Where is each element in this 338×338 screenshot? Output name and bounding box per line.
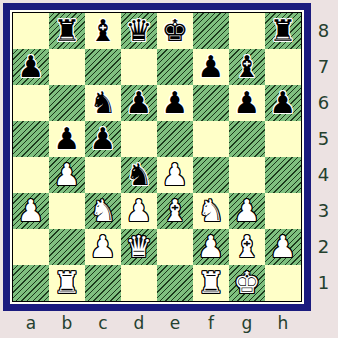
square-g3[interactable]: ♟ (229, 193, 265, 229)
square-b1[interactable]: ♜ (49, 265, 85, 301)
square-d1[interactable] (121, 265, 157, 301)
piece-white-pawn[interactable]: ♟ (121, 193, 157, 229)
square-d8[interactable]: ♛ (121, 13, 157, 49)
square-f3[interactable]: ♞ (193, 193, 229, 229)
square-f8[interactable] (193, 13, 229, 49)
square-e4[interactable]: ♟ (157, 157, 193, 193)
square-a3[interactable]: ♟ (13, 193, 49, 229)
square-g4[interactable] (229, 157, 265, 193)
square-g1[interactable]: ♚ (229, 265, 265, 301)
square-h3[interactable] (265, 193, 301, 229)
rank-label-1: 1 (311, 265, 336, 301)
square-h4[interactable] (265, 157, 301, 193)
square-e2[interactable] (157, 229, 193, 265)
chessboard-frame: ♜♝♛♚♜♟♟♝♞♟♟♟♟♟♟♟♞♟♟♞♟♝♞♟♟♛♟♝♟♜♜♚ (3, 3, 311, 311)
piece-black-pawn[interactable]: ♟ (229, 85, 265, 121)
piece-black-pawn[interactable]: ♟ (121, 85, 157, 121)
file-label-c: c (85, 310, 121, 336)
square-b3[interactable] (49, 193, 85, 229)
square-f7[interactable]: ♟ (193, 49, 229, 85)
square-d4[interactable]: ♞ (121, 157, 157, 193)
piece-black-rook[interactable]: ♜ (265, 13, 301, 49)
piece-white-queen[interactable]: ♛ (121, 229, 157, 265)
square-d2[interactable]: ♛ (121, 229, 157, 265)
file-label-g: g (229, 310, 265, 336)
piece-white-pawn[interactable]: ♟ (229, 193, 265, 229)
piece-black-pawn[interactable]: ♟ (49, 121, 85, 157)
rank-label-3: 3 (311, 193, 336, 229)
square-a7[interactable]: ♟ (13, 49, 49, 85)
file-label-a: a (13, 310, 49, 336)
square-h5[interactable] (265, 121, 301, 157)
square-f1[interactable]: ♜ (193, 265, 229, 301)
piece-white-pawn[interactable]: ♟ (265, 229, 301, 265)
square-a4[interactable] (13, 157, 49, 193)
square-b7[interactable] (49, 49, 85, 85)
square-e5[interactable] (157, 121, 193, 157)
square-g5[interactable] (229, 121, 265, 157)
square-a5[interactable] (13, 121, 49, 157)
file-label-e: e (157, 310, 193, 336)
piece-white-pawn[interactable]: ♟ (193, 229, 229, 265)
piece-black-pawn[interactable]: ♟ (85, 121, 121, 157)
chess-diagram-page: ♜♝♛♚♜♟♟♝♞♟♟♟♟♟♟♟♞♟♟♞♟♝♞♟♟♛♟♝♟♜♜♚ abcdefg… (0, 0, 338, 338)
piece-white-pawn[interactable]: ♟ (157, 157, 193, 193)
rank-label-4: 4 (311, 157, 336, 193)
rank-label-5: 5 (311, 121, 336, 157)
square-c5[interactable]: ♟ (85, 121, 121, 157)
square-c7[interactable] (85, 49, 121, 85)
square-b2[interactable] (49, 229, 85, 265)
square-a2[interactable] (13, 229, 49, 265)
piece-black-pawn[interactable]: ♟ (265, 85, 301, 121)
piece-black-rook[interactable]: ♜ (49, 13, 85, 49)
piece-black-pawn[interactable]: ♟ (157, 85, 193, 121)
square-h2[interactable]: ♟ (265, 229, 301, 265)
chessboard-outline: ♜♝♛♚♜♟♟♝♞♟♟♟♟♟♟♟♞♟♟♞♟♝♞♟♟♛♟♝♟♜♜♚ (12, 12, 302, 302)
square-c1[interactable] (85, 265, 121, 301)
square-e6[interactable]: ♟ (157, 85, 193, 121)
square-g2[interactable]: ♝ (229, 229, 265, 265)
square-f6[interactable] (193, 85, 229, 121)
piece-white-king[interactable]: ♚ (229, 265, 265, 301)
square-b4[interactable]: ♟ (49, 157, 85, 193)
square-d5[interactable] (121, 121, 157, 157)
piece-white-knight[interactable]: ♞ (193, 193, 229, 229)
square-h8[interactable]: ♜ (265, 13, 301, 49)
square-d7[interactable] (121, 49, 157, 85)
square-c2[interactable]: ♟ (85, 229, 121, 265)
square-g6[interactable]: ♟ (229, 85, 265, 121)
square-a6[interactable] (13, 85, 49, 121)
square-b6[interactable] (49, 85, 85, 121)
piece-black-pawn[interactable]: ♟ (13, 49, 49, 85)
piece-black-knight[interactable]: ♞ (121, 157, 157, 193)
piece-black-bishop[interactable]: ♝ (85, 13, 121, 49)
piece-white-knight[interactable]: ♞ (85, 193, 121, 229)
file-label-b: b (49, 310, 85, 336)
square-h6[interactable]: ♟ (265, 85, 301, 121)
rank-label-2: 2 (311, 229, 336, 265)
square-e7[interactable] (157, 49, 193, 85)
file-label-d: d (121, 310, 157, 336)
square-c4[interactable] (85, 157, 121, 193)
square-a8[interactable] (13, 13, 49, 49)
square-e8[interactable]: ♚ (157, 13, 193, 49)
rank-label-8: 8 (311, 13, 336, 49)
square-f2[interactable]: ♟ (193, 229, 229, 265)
square-a1[interactable] (13, 265, 49, 301)
piece-white-pawn[interactable]: ♟ (85, 229, 121, 265)
square-g7[interactable]: ♝ (229, 49, 265, 85)
piece-white-bishop[interactable]: ♝ (157, 193, 193, 229)
file-labels: abcdefgh (13, 310, 301, 336)
square-f4[interactable] (193, 157, 229, 193)
piece-white-pawn[interactable]: ♟ (49, 157, 85, 193)
square-f5[interactable] (193, 121, 229, 157)
square-d6[interactable]: ♟ (121, 85, 157, 121)
piece-black-king[interactable]: ♚ (157, 13, 193, 49)
square-e3[interactable]: ♝ (157, 193, 193, 229)
file-label-h: h (265, 310, 301, 336)
square-h1[interactable] (265, 265, 301, 301)
square-g8[interactable] (229, 13, 265, 49)
square-c3[interactable]: ♞ (85, 193, 121, 229)
piece-black-pawn[interactable]: ♟ (193, 49, 229, 85)
piece-white-rook[interactable]: ♜ (49, 265, 85, 301)
square-b8[interactable]: ♜ (49, 13, 85, 49)
square-e1[interactable] (157, 265, 193, 301)
rank-label-6: 6 (311, 85, 336, 121)
square-c8[interactable]: ♝ (85, 13, 121, 49)
rank-label-7: 7 (311, 49, 336, 85)
piece-white-pawn[interactable]: ♟ (13, 193, 49, 229)
square-d3[interactable]: ♟ (121, 193, 157, 229)
rank-labels: 87654321 (311, 13, 336, 301)
square-h7[interactable] (265, 49, 301, 85)
piece-black-bishop[interactable]: ♝ (229, 49, 265, 85)
piece-white-bishop[interactable]: ♝ (229, 229, 265, 265)
square-c6[interactable]: ♞ (85, 85, 121, 121)
piece-black-knight[interactable]: ♞ (85, 85, 121, 121)
piece-black-queen[interactable]: ♛ (121, 13, 157, 49)
file-label-f: f (193, 310, 229, 336)
piece-white-rook[interactable]: ♜ (193, 265, 229, 301)
square-b5[interactable]: ♟ (49, 121, 85, 157)
chessboard: ♜♝♛♚♜♟♟♝♞♟♟♟♟♟♟♟♞♟♟♞♟♝♞♟♟♛♟♝♟♜♜♚ (13, 13, 301, 301)
